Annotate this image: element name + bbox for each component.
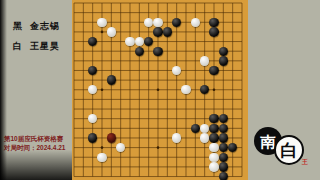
stone-white: [209, 143, 218, 152]
stone-black: [88, 37, 97, 46]
stone-white: [107, 27, 116, 36]
stone-black: [88, 133, 97, 142]
white-label: 白: [13, 40, 23, 53]
bottom-left-vignette: [0, 150, 72, 180]
stone-white: [191, 18, 200, 27]
stone-white: [144, 18, 153, 27]
player-row-white: 白 王星昊: [13, 40, 60, 53]
stone-black: [209, 27, 218, 36]
stone-black: [219, 124, 228, 133]
info-panel: 黑 金志锡 白 王星昊 第10届应氏杯资格赛 对局时间：2024.4.21: [0, 0, 72, 180]
stone-black: [219, 133, 228, 142]
stone-white: [125, 37, 134, 46]
player-list: 黑 金志锡 白 王星昊: [13, 20, 60, 53]
black-player-name: 金志锡: [30, 20, 60, 33]
stone-black: [153, 47, 162, 56]
stone-black: [219, 162, 228, 171]
stone-black: [209, 66, 218, 75]
player-row-black: 黑 金志锡: [13, 20, 60, 33]
stone-white: [172, 66, 181, 75]
go-board: [72, 0, 248, 180]
stone-white: [200, 133, 209, 142]
logo-red-seal-character: 王: [302, 158, 308, 167]
stone-white: [88, 114, 97, 123]
stone-black: [144, 37, 153, 46]
stone-black: [135, 47, 144, 56]
stone-black-last-move: [107, 133, 116, 142]
stone-black: [209, 133, 218, 142]
stone-black: [200, 85, 209, 94]
stone-black: [163, 27, 172, 36]
thumbnail-frame: 黑 金志锡 白 王星昊 第10届应氏杯资格赛 对局时间：2024.4.21 南 …: [0, 0, 320, 180]
stone-white: [200, 56, 209, 65]
logo-white-circle: 白: [274, 135, 304, 165]
stone-black: [191, 124, 200, 133]
white-player-name: 王星昊: [30, 40, 60, 53]
logo-bai-character: 白: [281, 142, 298, 159]
stone-white: [153, 18, 162, 27]
logo-nan-character: 南: [261, 134, 276, 149]
event-title: 第10届应氏杯资格赛: [4, 134, 70, 143]
stone-white: [97, 153, 106, 162]
stones-layer: [72, 0, 248, 180]
stone-white: [135, 37, 144, 46]
stone-black: [209, 114, 218, 123]
stone-white: [209, 162, 218, 171]
stone-white: [181, 85, 190, 94]
stone-black: [219, 114, 228, 123]
stone-white: [200, 124, 209, 133]
stone-white: [116, 143, 125, 152]
channel-logo: 南 白 王: [252, 124, 312, 172]
stone-black: [172, 18, 181, 27]
stone-black: [209, 18, 218, 27]
stone-white: [97, 18, 106, 27]
stone-black: [219, 47, 228, 56]
stone-white: [88, 85, 97, 94]
stone-black: [88, 66, 97, 75]
stone-black: [209, 124, 218, 133]
stone-black: [219, 143, 228, 152]
stone-black: [219, 172, 228, 180]
stone-black: [107, 75, 116, 84]
left-edge-vignette: [0, 0, 7, 180]
stone-black: [219, 56, 228, 65]
stone-black: [153, 27, 162, 36]
black-label: 黑: [13, 20, 23, 33]
stone-white: [209, 153, 218, 162]
stone-black: [219, 153, 228, 162]
stone-black: [228, 143, 237, 152]
stone-white: [172, 133, 181, 142]
